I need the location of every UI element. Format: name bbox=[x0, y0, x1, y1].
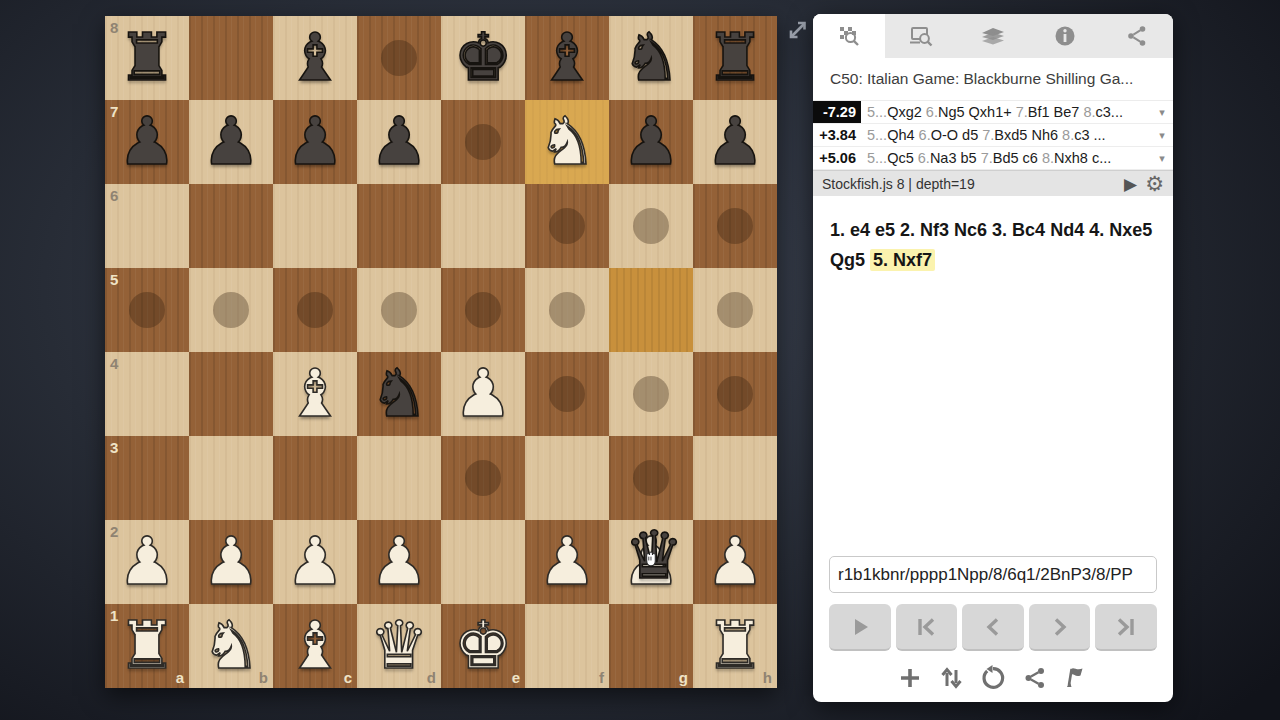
book-stack-icon bbox=[979, 23, 1007, 49]
piece-black-rook-h8[interactable]: ♜ bbox=[693, 16, 777, 100]
square-d3[interactable] bbox=[357, 436, 441, 520]
square-f3[interactable] bbox=[525, 436, 609, 520]
computer-search-icon bbox=[908, 23, 935, 49]
square-a4[interactable]: 4 bbox=[105, 352, 189, 436]
current-move: 5. Nxf7 bbox=[870, 249, 935, 271]
engine-variation-1: 5...Qxg2 6.Ng5 Qxh1+ 7.Bf1 Be7 8.c3... bbox=[867, 104, 1151, 120]
square-h6[interactable] bbox=[693, 184, 777, 268]
file-label-f: f bbox=[599, 669, 604, 686]
engine-play-icon[interactable]: ▶ bbox=[1124, 174, 1137, 194]
previous-move-button[interactable] bbox=[962, 604, 1024, 651]
add-button[interactable] bbox=[897, 665, 923, 691]
expand-board-icon[interactable] bbox=[786, 18, 810, 42]
piece-black-knight-d4[interactable]: ♞ bbox=[357, 352, 441, 436]
square-b5[interactable] bbox=[189, 268, 273, 352]
square-c7[interactable]: ♟ bbox=[273, 100, 357, 184]
skip-to-start-icon bbox=[912, 613, 940, 641]
square-h1[interactable]: h♜ bbox=[693, 604, 777, 688]
square-b2[interactable]: ♟ bbox=[189, 520, 273, 604]
square-f5[interactable] bbox=[525, 268, 609, 352]
square-g4[interactable] bbox=[609, 352, 693, 436]
info-icon bbox=[1052, 23, 1078, 49]
piece-black-king-e8[interactable]: ♚ bbox=[441, 16, 525, 100]
square-c3[interactable] bbox=[273, 436, 357, 520]
legal-move-dot-e5 bbox=[465, 292, 501, 328]
legal-move-dot-f4 bbox=[549, 376, 585, 412]
square-b6[interactable] bbox=[189, 184, 273, 268]
square-g8[interactable]: ♞ bbox=[609, 16, 693, 100]
piece-white-pawn-e4[interactable]: ♟ bbox=[441, 352, 525, 436]
action-buttons bbox=[813, 664, 1173, 702]
square-d7[interactable]: ♟ bbox=[357, 100, 441, 184]
square-g7[interactable]: ♟ bbox=[609, 100, 693, 184]
square-d5[interactable] bbox=[357, 268, 441, 352]
last-move-button[interactable] bbox=[1095, 604, 1157, 651]
engine-line-1[interactable]: -7.295...Qxg2 6.Ng5 Qxh1+ 7.Bf1 Be7 8.c3… bbox=[813, 101, 1173, 124]
tab-info[interactable] bbox=[1029, 14, 1101, 58]
square-g3[interactable] bbox=[609, 436, 693, 520]
square-g6[interactable] bbox=[609, 184, 693, 268]
engine-line-2[interactable]: +3.845...Qh4 6.O-O d5 7.Bxd5 Nh6 8.c3 ..… bbox=[813, 124, 1173, 147]
piece-black-pawn-c7[interactable]: ♟ bbox=[273, 100, 357, 184]
legal-move-dot-f5 bbox=[549, 292, 585, 328]
square-a1[interactable]: 1a♜ bbox=[105, 604, 189, 688]
square-c8[interactable]: ♝ bbox=[273, 16, 357, 100]
square-a6[interactable]: 6 bbox=[105, 184, 189, 268]
panel-tab-bar bbox=[813, 14, 1173, 58]
engine-status-bar: Stockfish.js 8 | depth=19 ▶ ⚙ bbox=[813, 170, 1173, 196]
engine-status-text: Stockfish.js 8 | depth=19 bbox=[822, 176, 975, 192]
rank-label-1: 1 bbox=[110, 607, 118, 624]
share-icon bbox=[1124, 23, 1150, 49]
rank-label-2: 2 bbox=[110, 523, 118, 540]
play-icon bbox=[846, 613, 874, 641]
square-h5[interactable] bbox=[693, 268, 777, 352]
square-h7[interactable]: ♟ bbox=[693, 100, 777, 184]
rank-label-8: 8 bbox=[110, 19, 118, 36]
square-a3[interactable]: 3 bbox=[105, 436, 189, 520]
reset-button[interactable] bbox=[979, 664, 1007, 692]
legal-move-dot-d8 bbox=[381, 40, 417, 76]
square-e3[interactable] bbox=[441, 436, 525, 520]
file-label-b: b bbox=[259, 669, 268, 686]
piece-black-pawn-b7[interactable]: ♟ bbox=[189, 100, 273, 184]
piece-black-pawn-h7[interactable]: ♟ bbox=[693, 100, 777, 184]
square-e1[interactable]: e♚ bbox=[441, 604, 525, 688]
piece-white-pawn-d2[interactable]: ♟ bbox=[357, 520, 441, 604]
square-d4[interactable]: ♞ bbox=[357, 352, 441, 436]
legal-move-dot-c5 bbox=[297, 292, 333, 328]
square-e4[interactable]: ♟ bbox=[441, 352, 525, 436]
engine-eval-1: -7.29 bbox=[813, 101, 861, 123]
expand-line-icon[interactable]: ▾ bbox=[1151, 106, 1173, 119]
flag-icon bbox=[1063, 665, 1089, 691]
square-d6[interactable] bbox=[357, 184, 441, 268]
legal-move-dot-b5 bbox=[213, 292, 249, 328]
chess-board[interactable]: 8♜♝♚♝♞♜7♟♟♟♟♞♟♟654♝♞♟32♟♟♟♟♟♟♛♟1a♜b♞c♝d♛… bbox=[105, 16, 777, 688]
legal-move-dot-h4 bbox=[717, 376, 753, 412]
piece-white-pawn-c2[interactable]: ♟ bbox=[273, 520, 357, 604]
square-f6[interactable] bbox=[525, 184, 609, 268]
expand-line-icon[interactable]: ▾ bbox=[1151, 129, 1173, 142]
square-f1[interactable]: f bbox=[525, 604, 609, 688]
play-button[interactable] bbox=[829, 604, 891, 651]
square-f2[interactable]: ♟ bbox=[525, 520, 609, 604]
flag-button[interactable] bbox=[1063, 665, 1089, 691]
square-c6[interactable] bbox=[273, 184, 357, 268]
opening-name: C50: Italian Game: Blackburne Shilling G… bbox=[813, 58, 1173, 101]
rank-label-5: 5 bbox=[110, 271, 118, 288]
square-e8[interactable]: ♚ bbox=[441, 16, 525, 100]
legal-move-dot-h6 bbox=[717, 208, 753, 244]
legal-move-dot-d5 bbox=[381, 292, 417, 328]
square-b1[interactable]: b♞ bbox=[189, 604, 273, 688]
share-position-button[interactable] bbox=[1022, 665, 1048, 691]
square-h3[interactable] bbox=[693, 436, 777, 520]
legal-move-dot-h5 bbox=[717, 292, 753, 328]
legal-move-dot-g6 bbox=[633, 208, 669, 244]
square-h8[interactable]: ♜ bbox=[693, 16, 777, 100]
engine-settings-icon[interactable]: ⚙ bbox=[1145, 172, 1164, 196]
square-c5[interactable] bbox=[273, 268, 357, 352]
piece-white-pawn-f2[interactable]: ♟ bbox=[525, 520, 609, 604]
legal-move-dot-e7 bbox=[465, 124, 501, 160]
engine-variation-3: 5...Qc5 6.Na3 b5 7.Bd5 c6 8.Nxh8 c... bbox=[867, 150, 1151, 166]
square-f8[interactable]: ♝ bbox=[525, 16, 609, 100]
square-b3[interactable] bbox=[189, 436, 273, 520]
legal-move-dot-f6 bbox=[549, 208, 585, 244]
rank-label-4: 4 bbox=[110, 355, 118, 372]
piece-white-pawn-h2[interactable]: ♟ bbox=[693, 520, 777, 604]
square-b8[interactable] bbox=[189, 16, 273, 100]
square-d2[interactable]: ♟ bbox=[357, 520, 441, 604]
up-down-arrows-icon bbox=[938, 665, 964, 691]
file-label-g: g bbox=[679, 669, 688, 686]
tab-opening-book[interactable] bbox=[957, 14, 1029, 58]
expand-line-icon[interactable]: ▾ bbox=[1151, 152, 1173, 165]
square-e6[interactable] bbox=[441, 184, 525, 268]
engine-variation-2: 5...Qh4 6.O-O d5 7.Bxd5 Nh6 8.c3 ... bbox=[867, 127, 1151, 143]
square-f4[interactable] bbox=[525, 352, 609, 436]
flip-moves-button[interactable] bbox=[938, 665, 964, 691]
square-c2[interactable]: ♟ bbox=[273, 520, 357, 604]
file-label-a: a bbox=[176, 669, 184, 686]
engine-eval-3: +5.06 bbox=[813, 147, 861, 169]
file-label-d: d bbox=[427, 669, 436, 686]
square-d8[interactable] bbox=[357, 16, 441, 100]
square-g1[interactable]: g bbox=[609, 604, 693, 688]
engine-lines: -7.295...Qxg2 6.Ng5 Qxh1+ 7.Bf1 Be7 8.c3… bbox=[813, 101, 1173, 170]
square-b7[interactable]: ♟ bbox=[189, 100, 273, 184]
square-c4[interactable]: ♝ bbox=[273, 352, 357, 436]
analysis-panel: C50: Italian Game: Blackburne Shilling G… bbox=[813, 14, 1173, 702]
square-e5[interactable] bbox=[441, 268, 525, 352]
board-search-icon bbox=[836, 23, 862, 49]
file-label-e: e bbox=[512, 669, 520, 686]
square-a8[interactable]: 8♜ bbox=[105, 16, 189, 100]
skip-to-end-icon bbox=[1112, 613, 1140, 641]
piece-black-pawn-g7[interactable]: ♟ bbox=[609, 100, 693, 184]
piece-white-bishop-c4[interactable]: ♝ bbox=[273, 352, 357, 436]
piece-black-bishop-f8[interactable]: ♝ bbox=[525, 16, 609, 100]
square-a7[interactable]: 7♟ bbox=[105, 100, 189, 184]
tab-share[interactable] bbox=[1101, 14, 1173, 58]
file-label-h: h bbox=[763, 669, 772, 686]
file-label-c: c bbox=[344, 669, 352, 686]
square-d1[interactable]: d♛ bbox=[357, 604, 441, 688]
piece-black-pawn-d7[interactable]: ♟ bbox=[357, 100, 441, 184]
legal-move-dot-a5 bbox=[129, 292, 165, 328]
chevron-left-icon bbox=[979, 613, 1007, 641]
rank-label-6: 6 bbox=[110, 187, 118, 204]
chevron-right-icon bbox=[1046, 613, 1074, 641]
navigation-buttons bbox=[813, 604, 1173, 651]
piece-white-knight-f7[interactable]: ♞ bbox=[525, 100, 609, 184]
legal-move-dot-g3 bbox=[633, 460, 669, 496]
next-move-button[interactable] bbox=[1029, 604, 1091, 651]
legal-move-dot-g4 bbox=[633, 376, 669, 412]
fen-input[interactable] bbox=[829, 556, 1157, 593]
piece-black-knight-g8[interactable]: ♞ bbox=[609, 16, 693, 100]
square-f7[interactable]: ♞ bbox=[525, 100, 609, 184]
engine-line-3[interactable]: +5.065...Qc5 6.Na3 b5 7.Bd5 c6 8.Nxh8 c.… bbox=[813, 147, 1173, 170]
legal-move-dot-e3 bbox=[465, 460, 501, 496]
square-g5[interactable] bbox=[609, 268, 693, 352]
share-icon bbox=[1022, 665, 1048, 691]
square-b4[interactable] bbox=[189, 352, 273, 436]
square-e7[interactable] bbox=[441, 100, 525, 184]
plus-icon bbox=[897, 665, 923, 691]
rotate-left-icon bbox=[979, 664, 1007, 692]
square-a5[interactable]: 5 bbox=[105, 268, 189, 352]
rank-label-3: 3 bbox=[110, 439, 118, 456]
square-a2[interactable]: 2♟ bbox=[105, 520, 189, 604]
move-list[interactable]: 1. e4 e5 2. Nf3 Nc6 3. Bc4 Nd4 4. Nxe5 Q… bbox=[813, 196, 1173, 556]
tab-analysis-board[interactable] bbox=[813, 14, 885, 58]
square-e2[interactable] bbox=[441, 520, 525, 604]
first-move-button[interactable] bbox=[896, 604, 958, 651]
square-h2[interactable]: ♟ bbox=[693, 520, 777, 604]
square-g2[interactable]: ♟♛ bbox=[609, 520, 693, 604]
grab-cursor-icon bbox=[640, 549, 661, 574]
tab-computer-analysis[interactable] bbox=[885, 14, 957, 58]
piece-black-bishop-c8[interactable]: ♝ bbox=[273, 16, 357, 100]
rank-label-7: 7 bbox=[110, 103, 118, 120]
square-c1[interactable]: c♝ bbox=[273, 604, 357, 688]
engine-eval-2: +3.84 bbox=[813, 124, 861, 146]
piece-white-pawn-b2[interactable]: ♟ bbox=[189, 520, 273, 604]
square-h4[interactable] bbox=[693, 352, 777, 436]
